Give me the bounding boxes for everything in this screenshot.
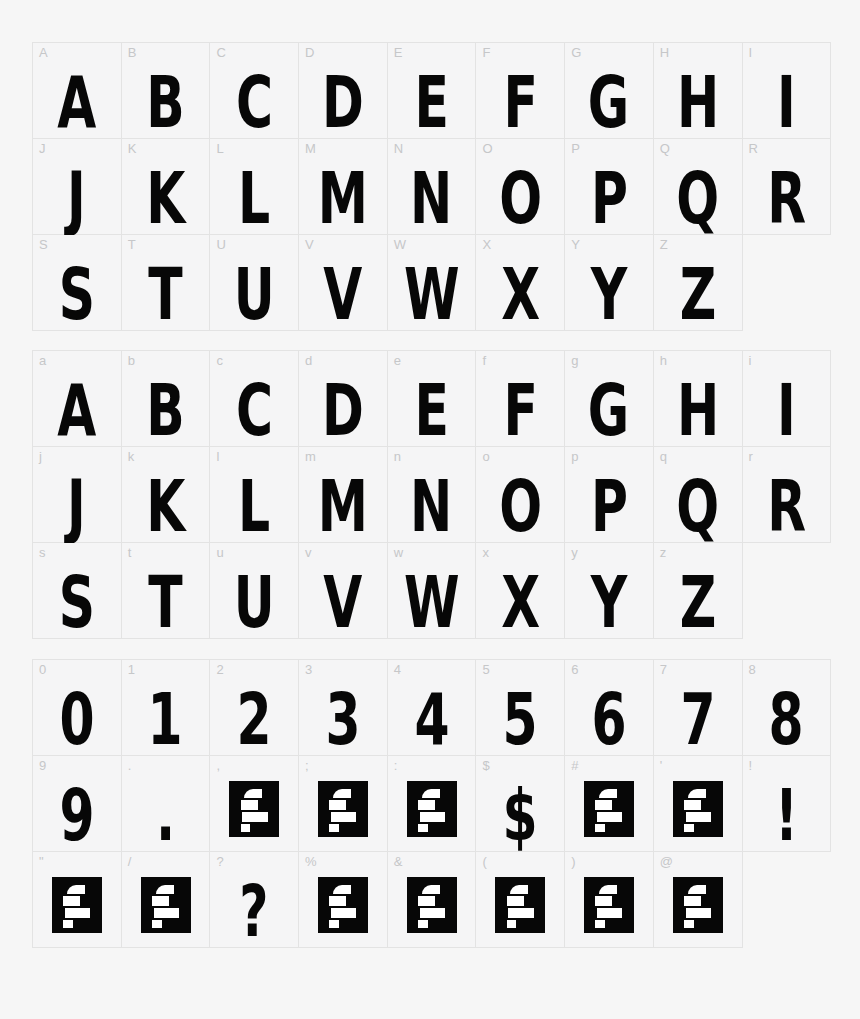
glyph-cell: $$ xyxy=(476,756,565,852)
glyph: H xyxy=(677,374,719,446)
glyph-cell: WW xyxy=(388,235,477,331)
glyph-slot: K xyxy=(122,447,210,542)
glyph-slot: S xyxy=(33,543,121,638)
glyph-slot xyxy=(388,756,476,851)
glyph-slot: 6 xyxy=(565,660,653,755)
glyph-slot: M xyxy=(299,139,387,234)
glyph: Q xyxy=(676,162,719,234)
glyph-slot xyxy=(210,756,298,851)
glyph: F xyxy=(503,66,537,138)
glyph-cell: OO xyxy=(476,139,565,235)
glyph-slot: 7 xyxy=(654,660,742,755)
notdef-mark-segment xyxy=(418,896,435,906)
glyph: 6 xyxy=(591,683,626,755)
glyph-cell: KK xyxy=(122,139,211,235)
glyph-slot: U xyxy=(210,235,298,330)
notdef-missing-glyph-box xyxy=(229,781,279,837)
glyph-slot: 2 xyxy=(210,660,298,755)
glyph: V xyxy=(323,566,362,638)
glyph-cell: zZ xyxy=(654,543,743,639)
glyph-slot: T xyxy=(122,235,210,330)
glyph: Q xyxy=(676,470,719,542)
glyph: ! xyxy=(775,779,798,851)
glyph-cell: 44 xyxy=(388,660,477,756)
glyph-slot: I xyxy=(743,351,831,446)
glyph: 0 xyxy=(59,683,94,755)
glyph-slot: . xyxy=(122,756,210,851)
glyph: P xyxy=(590,162,627,234)
notdef-mark-segment xyxy=(510,885,528,894)
notdef-missing-glyph-box xyxy=(407,781,457,837)
glyph-cell: eE xyxy=(388,351,477,447)
glyph-slot: 4 xyxy=(388,660,476,755)
glyph: C xyxy=(236,66,273,138)
empty-cell xyxy=(743,543,832,639)
glyph-cell: ( xyxy=(476,852,565,948)
glyph-cell: xX xyxy=(476,543,565,639)
notdef-mark-segment xyxy=(507,920,517,928)
glyph-cell: 88 xyxy=(743,660,832,756)
glyph-slot: Z xyxy=(654,543,742,638)
glyph-slot: N xyxy=(388,447,476,542)
glyph-cell: ; xyxy=(299,756,388,852)
glyph-slot xyxy=(33,852,121,947)
glyph: T xyxy=(148,566,182,638)
notdef-mark-segment xyxy=(329,824,339,832)
glyph: ? xyxy=(240,875,269,947)
glyph: R xyxy=(767,162,806,234)
glyph-cell: jJ xyxy=(33,447,122,543)
charmap-block-digits-punctuation: 00112233445566778899..,;:$$#'!!"/??%&()@ xyxy=(32,659,831,948)
glyph-cell: GG xyxy=(565,43,654,139)
glyph-cell: / xyxy=(122,852,211,948)
notdef-mark-segment xyxy=(595,920,605,928)
notdef-mark-segment xyxy=(333,885,351,894)
glyph: M xyxy=(318,162,368,234)
glyph: M xyxy=(318,470,368,542)
glyph-slot: Q xyxy=(654,139,742,234)
glyph: H xyxy=(677,66,719,138)
glyph-slot xyxy=(654,756,742,851)
glyph-cell: 99 xyxy=(33,756,122,852)
glyph: D xyxy=(322,374,364,446)
glyph-cell: qQ xyxy=(654,447,743,543)
glyph-slot: E xyxy=(388,351,476,446)
notdef-mark-segment xyxy=(331,908,357,918)
glyph-cell: nN xyxy=(388,447,477,543)
notdef-mark-segment xyxy=(688,885,706,894)
glyph-slot: 9 xyxy=(33,756,121,851)
glyph: Z xyxy=(679,258,716,330)
glyph-cell: mM xyxy=(299,447,388,543)
glyph-slot: W xyxy=(388,235,476,330)
glyph: V xyxy=(323,258,362,330)
glyph-cell: oO xyxy=(476,447,565,543)
glyph: 1 xyxy=(148,683,183,755)
glyph-slot: $ xyxy=(476,756,564,851)
glyph-cell: @ xyxy=(654,852,743,948)
glyph-cell: yY xyxy=(565,543,654,639)
glyph: U xyxy=(234,566,275,638)
empty-cell xyxy=(743,852,832,948)
glyph-slot: 5 xyxy=(476,660,564,755)
notdef-mark-segment xyxy=(508,908,534,918)
glyph-cell: hH xyxy=(654,351,743,447)
glyph-slot: Z xyxy=(654,235,742,330)
glyph-cell: ?? xyxy=(210,852,299,948)
glyph-slot: D xyxy=(299,43,387,138)
notdef-mark-segment xyxy=(241,800,258,810)
glyph-slot: S xyxy=(33,235,121,330)
glyph: 3 xyxy=(325,683,360,755)
glyph-cell: MM xyxy=(299,139,388,235)
glyph: A xyxy=(57,374,96,446)
glyph: J xyxy=(67,470,86,542)
notdef-mark-segment xyxy=(156,885,174,894)
notdef-mark-segment xyxy=(242,812,268,822)
glyph-cell: PP xyxy=(565,139,654,235)
glyph-slot: P xyxy=(565,447,653,542)
glyph-slot: Y xyxy=(565,235,653,330)
glyph: Z xyxy=(679,566,716,638)
glyph-slot: G xyxy=(565,43,653,138)
glyph-cell: 22 xyxy=(210,660,299,756)
glyph-slot: O xyxy=(476,447,564,542)
glyph-cell: ' xyxy=(654,756,743,852)
notdef-missing-glyph-box xyxy=(318,781,368,837)
notdef-mark-segment xyxy=(418,920,428,928)
glyph-cell: !! xyxy=(743,756,832,852)
glyph-slot: F xyxy=(476,351,564,446)
glyph-cell: lL xyxy=(210,447,299,543)
glyph-slot: R xyxy=(743,139,831,234)
notdef-missing-glyph-box xyxy=(673,781,723,837)
glyph-slot: ! xyxy=(743,756,831,851)
glyph-slot xyxy=(122,852,210,947)
glyph-slot: X xyxy=(476,543,564,638)
glyph-cell: 33 xyxy=(299,660,388,756)
glyph-cell: JJ xyxy=(33,139,122,235)
glyph-cell: fF xyxy=(476,351,565,447)
notdef-mark-segment xyxy=(595,824,605,832)
glyph: C xyxy=(236,374,273,446)
notdef-mark-segment xyxy=(329,920,339,928)
glyph-slot: V xyxy=(299,543,387,638)
glyph-cell: uU xyxy=(210,543,299,639)
glyph-cell: HH xyxy=(654,43,743,139)
glyph-cell: 77 xyxy=(654,660,743,756)
glyph-slot: F xyxy=(476,43,564,138)
glyph: I xyxy=(777,374,796,446)
glyph-slot: 1 xyxy=(122,660,210,755)
glyph-slot: A xyxy=(33,351,121,446)
notdef-mark-segment xyxy=(688,789,706,798)
glyph-slot: J xyxy=(33,447,121,542)
notdef-missing-glyph-box xyxy=(141,877,191,933)
glyph-cell: 55 xyxy=(476,660,565,756)
glyph-cell: aA xyxy=(33,351,122,447)
glyph-cell: dD xyxy=(299,351,388,447)
glyph-cell: CC xyxy=(210,43,299,139)
glyph-slot: J xyxy=(33,139,121,234)
glyph-cell: & xyxy=(388,852,477,948)
glyph: 2 xyxy=(237,683,272,755)
glyph-cell: II xyxy=(743,43,832,139)
glyph-slot: W xyxy=(388,543,476,638)
notdef-mark-segment xyxy=(597,812,623,822)
glyph: O xyxy=(499,470,542,542)
glyph-cell: : xyxy=(388,756,477,852)
glyph-slot: L xyxy=(210,139,298,234)
glyph-cell: " xyxy=(33,852,122,948)
notdef-mark-segment xyxy=(684,824,694,832)
notdef-mark-segment xyxy=(597,908,623,918)
glyph-slot: A xyxy=(33,43,121,138)
glyph-slot: M xyxy=(299,447,387,542)
glyph-slot xyxy=(654,852,742,947)
glyph-cell: VV xyxy=(299,235,388,331)
glyph: K xyxy=(146,470,185,542)
glyph-slot: G xyxy=(565,351,653,446)
glyph: L xyxy=(238,162,270,234)
glyph-cell: UU xyxy=(210,235,299,331)
glyph-cell: # xyxy=(565,756,654,852)
font-charmap-sheet: AABBCCDDEEFFGGHHIIJJKKLLMMNNOOPPQQRRSSTT… xyxy=(0,0,860,1019)
notdef-mark-segment xyxy=(63,920,73,928)
glyph-slot: T xyxy=(122,543,210,638)
notdef-missing-glyph-box xyxy=(584,877,634,933)
glyph: G xyxy=(588,66,629,138)
glyph-slot: Q xyxy=(654,447,742,542)
glyph: Y xyxy=(591,258,627,330)
glyph: N xyxy=(410,470,452,542)
glyph: F xyxy=(503,374,537,446)
glyph-cell: 00 xyxy=(33,660,122,756)
glyph: W xyxy=(404,258,460,330)
glyph-slot: L xyxy=(210,447,298,542)
notdef-mark-segment xyxy=(595,800,612,810)
notdef-mark-segment xyxy=(684,920,694,928)
glyph-slot: H xyxy=(654,43,742,138)
glyph-slot: D xyxy=(299,351,387,446)
glyph: S xyxy=(59,566,95,638)
glyph: K xyxy=(146,162,185,234)
glyph-cell: NN xyxy=(388,139,477,235)
glyph-cell: EE xyxy=(388,43,477,139)
glyph-slot xyxy=(565,852,653,947)
glyph: X xyxy=(501,566,540,638)
glyph: 5 xyxy=(503,683,538,755)
glyph: P xyxy=(590,470,627,542)
glyph-slot: B xyxy=(122,351,210,446)
glyph: E xyxy=(414,374,448,446)
notdef-mark-segment xyxy=(418,800,435,810)
glyph: $ xyxy=(503,779,538,851)
notdef-mark-segment xyxy=(599,789,617,798)
notdef-mark-segment xyxy=(684,896,701,906)
notdef-mark-segment xyxy=(422,789,440,798)
notdef-mark-segment xyxy=(65,908,91,918)
notdef-mark-segment xyxy=(241,824,251,832)
glyph-slot xyxy=(476,852,564,947)
glyph-cell: gG xyxy=(565,351,654,447)
glyph-cell: LL xyxy=(210,139,299,235)
glyph: G xyxy=(588,374,629,446)
glyph-slot: H xyxy=(654,351,742,446)
empty-cell xyxy=(743,235,832,331)
glyph-slot: R xyxy=(743,447,831,542)
glyph-slot: ? xyxy=(210,852,298,947)
glyph: S xyxy=(59,258,95,330)
glyph-slot: O xyxy=(476,139,564,234)
glyph-slot: C xyxy=(210,43,298,138)
notdef-mark-segment xyxy=(329,800,346,810)
glyph: B xyxy=(146,374,184,446)
charmap-block-lowercase: aAbBcCdDeEfFgGhHiIjJkKlLmMnNoOpPqQrRsStT… xyxy=(32,350,831,639)
glyph-cell: XX xyxy=(476,235,565,331)
glyph: 4 xyxy=(414,683,449,755)
notdef-missing-glyph-box xyxy=(407,877,457,933)
glyph-cell: bB xyxy=(122,351,211,447)
glyph-cell: 66 xyxy=(565,660,654,756)
glyph-cell: FF xyxy=(476,43,565,139)
glyph-slot: 3 xyxy=(299,660,387,755)
glyph-cell: kK xyxy=(122,447,211,543)
glyph-slot: Y xyxy=(565,543,653,638)
glyph-slot: U xyxy=(210,543,298,638)
glyph-cell: 11 xyxy=(122,660,211,756)
glyph-slot: B xyxy=(122,43,210,138)
notdef-missing-glyph-box xyxy=(318,877,368,933)
glyph-cell: wW xyxy=(388,543,477,639)
glyph-slot xyxy=(388,852,476,947)
glyph: O xyxy=(499,162,542,234)
notdef-mark-segment xyxy=(418,824,428,832)
glyph-slot xyxy=(299,852,387,947)
glyph: 7 xyxy=(680,683,715,755)
glyph: J xyxy=(67,162,86,234)
glyph-cell: tT xyxy=(122,543,211,639)
glyph-cell: rR xyxy=(743,447,832,543)
glyph-cell: vV xyxy=(299,543,388,639)
glyph: B xyxy=(146,66,184,138)
glyph-slot: C xyxy=(210,351,298,446)
notdef-missing-glyph-box xyxy=(52,877,102,933)
notdef-mark-segment xyxy=(686,908,712,918)
glyph: D xyxy=(322,66,364,138)
glyph-cell: , xyxy=(210,756,299,852)
glyph: W xyxy=(404,566,460,638)
glyph-slot: 0 xyxy=(33,660,121,755)
glyph-slot: E xyxy=(388,43,476,138)
glyph: I xyxy=(777,66,796,138)
glyph-cell: % xyxy=(299,852,388,948)
glyph-slot: I xyxy=(743,43,831,138)
glyph-cell: SS xyxy=(33,235,122,331)
glyph-cell: YY xyxy=(565,235,654,331)
glyph: R xyxy=(767,470,806,542)
notdef-mark-segment xyxy=(507,896,524,906)
glyph: N xyxy=(410,162,452,234)
glyph-cell: pP xyxy=(565,447,654,543)
notdef-mark-segment xyxy=(63,896,80,906)
notdef-missing-glyph-box xyxy=(584,781,634,837)
glyph: 9 xyxy=(59,779,94,851)
glyph-cell: TT xyxy=(122,235,211,331)
charmap-block-uppercase: AABBCCDDEEFFGGHHIIJJKKLLMMNNOOPPQQRRSSTT… xyxy=(32,42,831,331)
notdef-missing-glyph-box xyxy=(495,877,545,933)
glyph: 8 xyxy=(769,683,804,755)
notdef-mark-segment xyxy=(420,908,446,918)
glyph-slot: X xyxy=(476,235,564,330)
notdef-mark-segment xyxy=(684,800,701,810)
glyph-slot: V xyxy=(299,235,387,330)
glyph: E xyxy=(414,66,448,138)
glyph: Y xyxy=(591,566,627,638)
glyph-cell: iI xyxy=(743,351,832,447)
notdef-mark-segment xyxy=(331,812,357,822)
glyph-slot: 8 xyxy=(743,660,831,755)
glyph-cell: QQ xyxy=(654,139,743,235)
glyph: U xyxy=(234,258,275,330)
glyph-slot: P xyxy=(565,139,653,234)
glyph-slot xyxy=(565,756,653,851)
glyph: L xyxy=(238,470,270,542)
notdef-mark-segment xyxy=(152,896,169,906)
glyph-cell: RR xyxy=(743,139,832,235)
glyph-cell: AA xyxy=(33,43,122,139)
notdef-mark-segment xyxy=(422,885,440,894)
notdef-mark-segment xyxy=(686,812,712,822)
notdef-mark-segment xyxy=(329,896,346,906)
notdef-mark-segment xyxy=(420,812,446,822)
notdef-mark-segment xyxy=(152,920,162,928)
glyph-cell: ZZ xyxy=(654,235,743,331)
notdef-missing-glyph-box xyxy=(673,877,723,933)
notdef-mark-segment xyxy=(67,885,85,894)
notdef-mark-segment xyxy=(333,789,351,798)
notdef-mark-segment xyxy=(599,885,617,894)
glyph: X xyxy=(501,258,540,330)
glyph-slot: N xyxy=(388,139,476,234)
notdef-mark-segment xyxy=(154,908,180,918)
notdef-mark-segment xyxy=(595,896,612,906)
glyph-slot: K xyxy=(122,139,210,234)
glyph-cell: cC xyxy=(210,351,299,447)
glyph-cell: DD xyxy=(299,43,388,139)
glyph-cell: BB xyxy=(122,43,211,139)
glyph: . xyxy=(156,779,175,851)
glyph-slot xyxy=(299,756,387,851)
glyph: A xyxy=(57,66,96,138)
notdef-mark-segment xyxy=(244,789,262,798)
glyph-cell: ) xyxy=(565,852,654,948)
glyph-cell: .. xyxy=(122,756,211,852)
glyph: T xyxy=(148,258,182,330)
glyph-cell: sS xyxy=(33,543,122,639)
